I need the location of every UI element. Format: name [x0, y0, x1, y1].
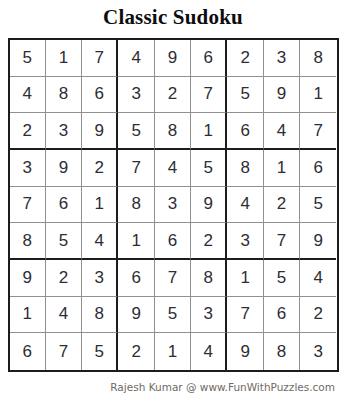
- cell-r2c5: 2: [155, 77, 191, 114]
- cell-r9c3: 5: [82, 333, 118, 370]
- cell-r1c8: 3: [264, 40, 300, 77]
- cell-r5c5: 3: [155, 187, 191, 224]
- cell-r3c3: 9: [82, 113, 118, 150]
- cell-r1c3: 7: [82, 40, 118, 77]
- cell-r5c2: 6: [46, 187, 82, 224]
- cell-r3c2: 3: [46, 113, 82, 150]
- cell-r5c6: 9: [191, 187, 227, 224]
- cell-r9c7: 9: [227, 333, 263, 370]
- cell-r9c9: 3: [300, 333, 336, 370]
- cell-r8c1: 1: [10, 297, 46, 334]
- cell-r3c4: 5: [118, 113, 154, 150]
- cell-r4c1: 3: [10, 150, 46, 187]
- cell-r6c5: 6: [155, 223, 191, 260]
- cell-r5c8: 2: [264, 187, 300, 224]
- cell-r2c4: 3: [118, 77, 154, 114]
- credit-text: Rajesh Kumar @ www.FunWithPuzzles.com: [0, 381, 346, 394]
- cell-r9c5: 1: [155, 333, 191, 370]
- cell-r3c6: 1: [191, 113, 227, 150]
- cell-r5c7: 4: [227, 187, 263, 224]
- cell-r7c5: 7: [155, 260, 191, 297]
- cell-r9c6: 4: [191, 333, 227, 370]
- cell-r7c4: 6: [118, 260, 154, 297]
- cell-r8c8: 6: [264, 297, 300, 334]
- cell-r7c6: 8: [191, 260, 227, 297]
- cell-r7c9: 4: [300, 260, 336, 297]
- cell-r1c5: 9: [155, 40, 191, 77]
- cell-r9c1: 6: [10, 333, 46, 370]
- cell-r1c4: 4: [118, 40, 154, 77]
- cell-r6c3: 4: [82, 223, 118, 260]
- cell-r6c8: 7: [264, 223, 300, 260]
- cell-r8c4: 9: [118, 297, 154, 334]
- cell-r3c1: 2: [10, 113, 46, 150]
- cell-r5c9: 5: [300, 187, 336, 224]
- cell-r1c7: 2: [227, 40, 263, 77]
- sudoku-page: Classic Sudoku 5174962384863275912395816…: [0, 0, 346, 400]
- cell-r9c8: 8: [264, 333, 300, 370]
- cell-r8c3: 8: [82, 297, 118, 334]
- cell-r4c2: 9: [46, 150, 82, 187]
- cell-r6c7: 3: [227, 223, 263, 260]
- cell-r3c9: 7: [300, 113, 336, 150]
- cell-r7c7: 1: [227, 260, 263, 297]
- cell-r5c3: 1: [82, 187, 118, 224]
- cell-r7c2: 2: [46, 260, 82, 297]
- cell-r5c1: 7: [10, 187, 46, 224]
- cell-r2c6: 7: [191, 77, 227, 114]
- cell-r1c1: 5: [10, 40, 46, 77]
- cell-r8c9: 2: [300, 297, 336, 334]
- cell-r7c1: 9: [10, 260, 46, 297]
- page-title: Classic Sudoku: [0, 0, 346, 30]
- cell-r2c3: 6: [82, 77, 118, 114]
- cell-r1c9: 8: [300, 40, 336, 77]
- sudoku-board: 5174962384863275912395816473927458167618…: [8, 38, 339, 372]
- cell-r9c4: 2: [118, 333, 154, 370]
- cell-r4c5: 4: [155, 150, 191, 187]
- cell-r6c4: 1: [118, 223, 154, 260]
- cell-r8c7: 7: [227, 297, 263, 334]
- cell-r5c4: 8: [118, 187, 154, 224]
- cell-r3c5: 8: [155, 113, 191, 150]
- cell-r3c8: 4: [264, 113, 300, 150]
- cell-r9c2: 7: [46, 333, 82, 370]
- cell-r3c7: 6: [227, 113, 263, 150]
- cell-r8c2: 4: [46, 297, 82, 334]
- cell-r6c6: 2: [191, 223, 227, 260]
- cell-r8c5: 5: [155, 297, 191, 334]
- cell-r1c6: 6: [191, 40, 227, 77]
- cell-r6c9: 9: [300, 223, 336, 260]
- cell-r4c3: 2: [82, 150, 118, 187]
- cell-r2c9: 1: [300, 77, 336, 114]
- cell-r4c6: 5: [191, 150, 227, 187]
- cell-r1c2: 1: [46, 40, 82, 77]
- cell-r4c7: 8: [227, 150, 263, 187]
- cell-r4c4: 7: [118, 150, 154, 187]
- cell-r6c2: 5: [46, 223, 82, 260]
- cell-r7c8: 5: [264, 260, 300, 297]
- cell-r4c8: 1: [264, 150, 300, 187]
- cell-r2c8: 9: [264, 77, 300, 114]
- cell-r2c2: 8: [46, 77, 82, 114]
- cell-r4c9: 6: [300, 150, 336, 187]
- cell-r8c6: 3: [191, 297, 227, 334]
- cell-r7c3: 3: [82, 260, 118, 297]
- cell-r2c1: 4: [10, 77, 46, 114]
- cell-r2c7: 5: [227, 77, 263, 114]
- cell-r6c1: 8: [10, 223, 46, 260]
